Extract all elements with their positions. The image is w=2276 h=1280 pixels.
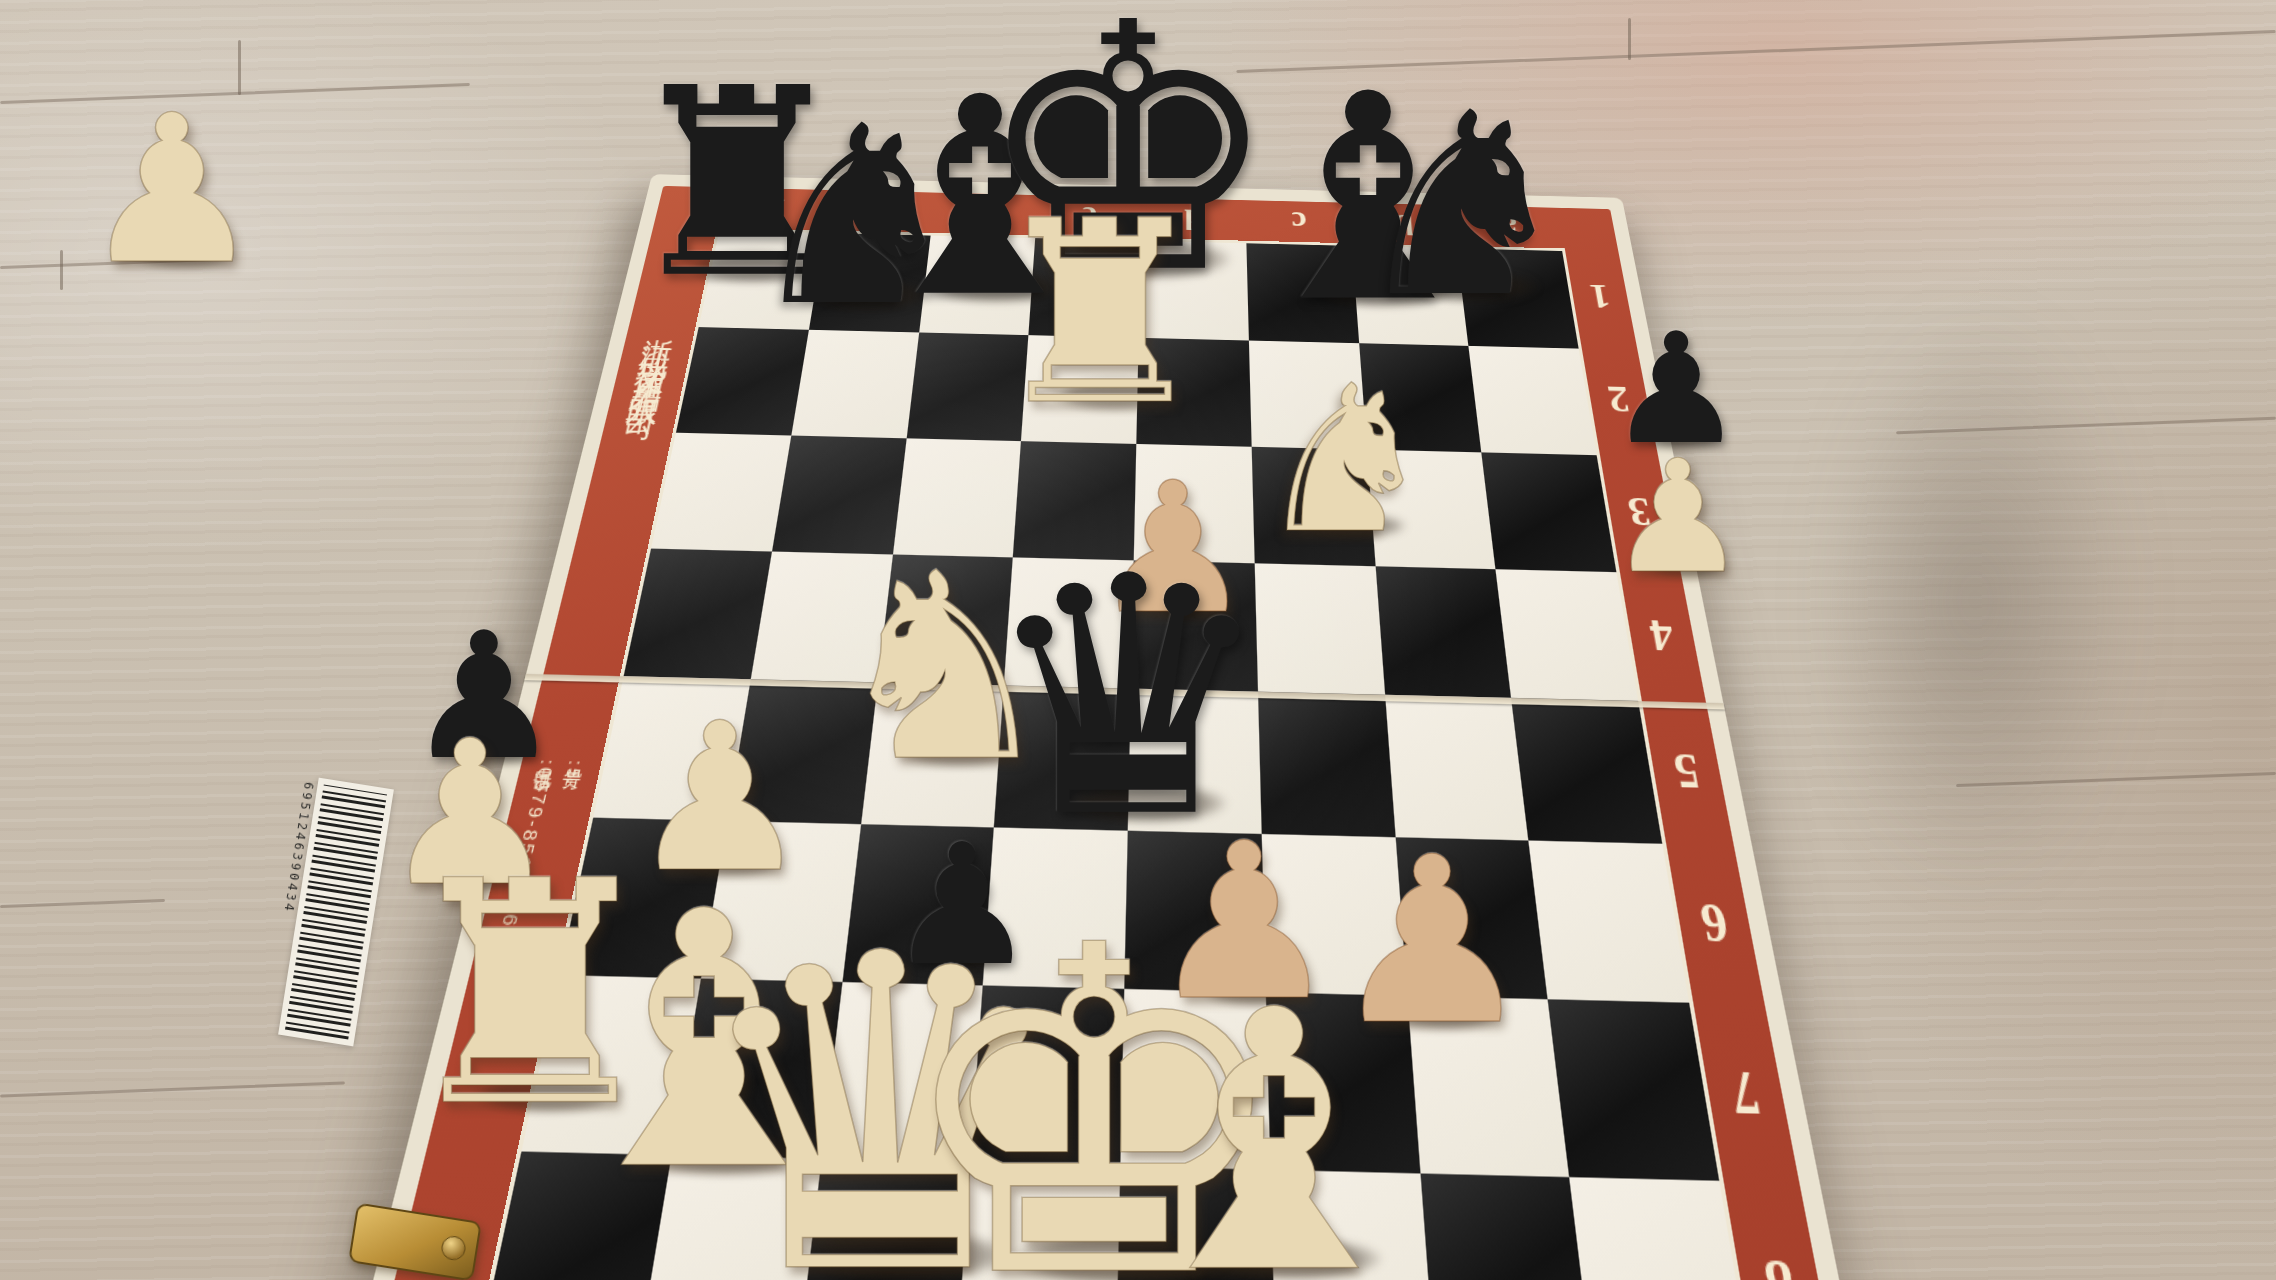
piece-white-bishop-c8: ♝ (1113, 964, 1435, 1280)
rank-label-5: 5 (1649, 742, 1725, 802)
square-a3 (1482, 452, 1617, 572)
square-a6 (1529, 841, 1689, 1003)
floor-plank-seam (0, 899, 165, 908)
piece-black-knight-b1: ♞ (1349, 79, 1576, 332)
square-h4 (624, 549, 772, 680)
rank-label-7: 7 (1702, 1056, 1789, 1130)
square-a7 (1548, 999, 1719, 1181)
rank-label-6: 6 (1674, 891, 1755, 958)
rank-label-8: 8 (1734, 1243, 1827, 1280)
piece-white-pawn-a5: ♟ (1608, 439, 1748, 595)
floor-plank-seam (0, 1081, 345, 1097)
barcode: 6951246390434 (278, 778, 394, 1047)
piece-white-rook-e2: ♜ (987, 187, 1214, 440)
clasp-knob-icon (440, 1234, 467, 1261)
square-a8 (1570, 1177, 1754, 1280)
piece-white-pawn-offboard: ♟ (80, 88, 264, 293)
floor-plank-joint (60, 250, 63, 290)
photo-chess-scene: 浙江成功文体用品有限公司 货号:5 电话:0579-85165568 hgfed… (0, 0, 2276, 1280)
piece-white-knight-d5: ♞ (1254, 359, 1436, 562)
square-b8 (1420, 1173, 1594, 1280)
barcode-number: 6951246390434 (281, 781, 316, 914)
rank-label-4: 4 (1626, 609, 1698, 663)
square-b4 (1375, 566, 1511, 698)
floor-plank-joint (1628, 18, 1631, 60)
square-h3 (651, 433, 791, 552)
board-cast-shadow (1810, 300, 2140, 900)
